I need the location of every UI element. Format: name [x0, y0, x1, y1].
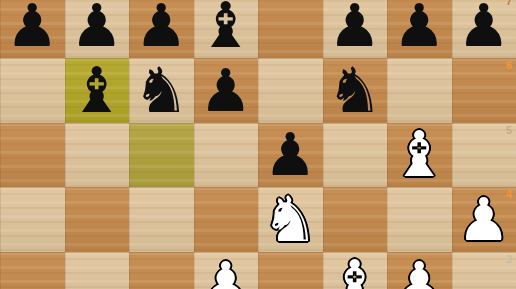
square-b7[interactable]: ♟: [65, 0, 130, 58]
square-a7[interactable]: ♟: [0, 0, 65, 58]
square-f4[interactable]: [323, 187, 388, 252]
white-bishop[interactable]: ♝: [391, 123, 447, 186]
black-pawn[interactable]: ♟: [457, 0, 510, 55]
square-h3[interactable]: 3: [452, 252, 516, 289]
white-knight[interactable]: ♞: [262, 188, 318, 251]
black-pawn[interactable]: ♟: [135, 0, 188, 55]
black-bishop[interactable]: ♝: [198, 0, 254, 57]
square-f7[interactable]: ♟: [323, 0, 388, 58]
square-b5[interactable]: [65, 123, 130, 188]
square-g6[interactable]: [387, 58, 452, 123]
chessboard-viewport: ♟♟♟♝♟♟♟7♝♞♟♞6♟♝5♞♟4♟♝♟3: [0, 0, 516, 289]
white-bishop[interactable]: ♝: [327, 252, 383, 289]
black-pawn[interactable]: ♟: [393, 0, 446, 55]
square-e5[interactable]: ♟: [258, 123, 323, 188]
square-h5[interactable]: 5: [452, 123, 516, 188]
square-e4[interactable]: ♞: [258, 187, 323, 252]
square-d6[interactable]: ♟: [194, 58, 259, 123]
chessboard: ♟♟♟♝♟♟♟7♝♞♟♞6♟♝5♞♟4♟♝♟3: [0, 0, 516, 289]
black-bishop[interactable]: ♝: [69, 59, 125, 122]
square-f3[interactable]: ♝: [323, 252, 388, 289]
square-e7[interactable]: [258, 0, 323, 58]
rank-label-6: 6: [506, 60, 512, 71]
square-b3[interactable]: [65, 252, 130, 289]
square-d3[interactable]: ♟: [194, 252, 259, 289]
square-a3[interactable]: [0, 252, 65, 289]
square-d4[interactable]: [194, 187, 259, 252]
square-e3[interactable]: [258, 252, 323, 289]
square-e6[interactable]: [258, 58, 323, 123]
black-pawn[interactable]: ♟: [199, 61, 252, 120]
white-pawn[interactable]: ♟: [393, 254, 446, 289]
rank-label-5: 5: [506, 125, 512, 136]
square-a5[interactable]: [0, 123, 65, 188]
square-f6[interactable]: ♞: [323, 58, 388, 123]
square-h7[interactable]: ♟7: [452, 0, 516, 58]
black-knight[interactable]: ♞: [133, 59, 189, 122]
black-knight[interactable]: ♞: [327, 59, 383, 122]
square-c7[interactable]: ♟: [129, 0, 194, 58]
square-g4[interactable]: [387, 187, 452, 252]
square-a6[interactable]: [0, 58, 65, 123]
square-g7[interactable]: ♟: [387, 0, 452, 58]
square-a4[interactable]: [0, 187, 65, 252]
square-h6[interactable]: 6: [452, 58, 516, 123]
square-c6[interactable]: ♞: [129, 58, 194, 123]
square-g3[interactable]: ♟: [387, 252, 452, 289]
square-b6[interactable]: ♝: [65, 58, 130, 123]
square-f5[interactable]: [323, 123, 388, 188]
rank-label-3: 3: [506, 254, 512, 265]
white-pawn[interactable]: ♟: [457, 190, 510, 249]
square-c4[interactable]: [129, 187, 194, 252]
square-h4[interactable]: ♟4: [452, 187, 516, 252]
white-pawn[interactable]: ♟: [199, 254, 252, 289]
square-c3[interactable]: [129, 252, 194, 289]
black-pawn[interactable]: ♟: [328, 0, 381, 55]
black-pawn[interactable]: ♟: [6, 0, 59, 55]
black-pawn[interactable]: ♟: [70, 0, 123, 55]
square-d7[interactable]: ♝: [194, 0, 259, 58]
square-b4[interactable]: [65, 187, 130, 252]
black-pawn[interactable]: ♟: [264, 125, 317, 184]
square-c5[interactable]: [129, 123, 194, 188]
square-g5[interactable]: ♝: [387, 123, 452, 188]
square-d5[interactable]: [194, 123, 259, 188]
